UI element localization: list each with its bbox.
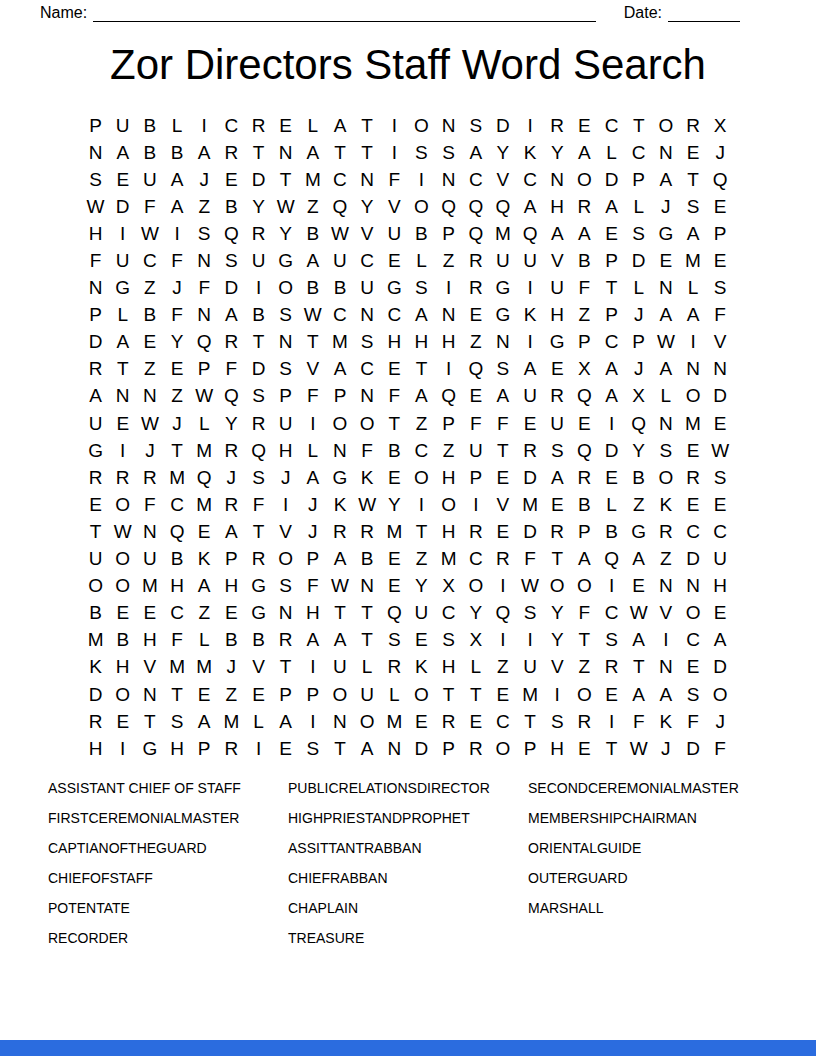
grid-cell-r7c12: G xyxy=(381,275,408,302)
grid-cell-r23c23: F xyxy=(679,708,706,735)
grid-cell-r10c13: T xyxy=(408,356,435,383)
grid-cell-r6c12: E xyxy=(381,247,408,274)
grid-cell-r20c23: C xyxy=(679,627,706,654)
grid-cell-r12c12: T xyxy=(381,410,408,437)
grid-cell-r8c2: L xyxy=(109,302,136,329)
grid-cell-r18c21: E xyxy=(625,573,652,600)
grid-cell-r24c23: D xyxy=(679,735,706,762)
grid-cell-r23c11: O xyxy=(354,708,381,735)
grid-cell-r6c14: Z xyxy=(435,247,462,274)
grid-cell-r12c1: U xyxy=(82,410,109,437)
grid-cell-r18c5: A xyxy=(191,573,218,600)
grid-cell-r15c6: R xyxy=(218,491,245,518)
word-list-column-2: PUBLICRELATIONSDIRECTORHIGHPRIESTANDPROP… xyxy=(288,773,490,953)
word-list-item: POTENTATE xyxy=(48,893,241,923)
grid-cell-r9c6: R xyxy=(218,329,245,356)
grid-cell-r10c12: E xyxy=(381,356,408,383)
grid-cell-r9c18: G xyxy=(544,329,571,356)
grid-cell-r18c22: N xyxy=(652,573,679,600)
grid-cell-r7c4: J xyxy=(163,275,190,302)
grid-cell-r21c19: Z xyxy=(571,654,598,681)
word-list-item: HIGHPRIESTANDPROPHET xyxy=(288,803,490,833)
grid-cell-r17c21: A xyxy=(625,546,652,573)
grid-cell-r22c13: O xyxy=(408,681,435,708)
grid-cell-r10c17: A xyxy=(517,356,544,383)
grid-cell-r11c11: N xyxy=(354,383,381,410)
grid-cell-r4c8: W xyxy=(272,193,299,220)
grid-cell-r8c17: K xyxy=(517,302,544,329)
grid-cell-r21c4: M xyxy=(163,654,190,681)
grid-cell-r5c5: S xyxy=(191,220,218,247)
grid-cell-r16c2: W xyxy=(109,518,136,545)
grid-cell-r2c23: E xyxy=(679,139,706,166)
grid-cell-r7c7: I xyxy=(245,275,272,302)
grid-cell-r10c4: E xyxy=(163,356,190,383)
grid-cell-r17c10: A xyxy=(326,546,353,573)
grid-cell-r3c12: F xyxy=(381,166,408,193)
grid-cell-r8c12: C xyxy=(381,302,408,329)
grid-cell-r3c1: S xyxy=(82,166,109,193)
grid-cell-r2c11: T xyxy=(354,139,381,166)
grid-cell-r9c20: C xyxy=(598,329,625,356)
grid-cell-r20c1: M xyxy=(82,627,109,654)
grid-cell-r9c21: P xyxy=(625,329,652,356)
grid-cell-r3c6: E xyxy=(218,166,245,193)
grid-cell-r23c16: C xyxy=(489,708,516,735)
grid-cell-r19c2: E xyxy=(109,600,136,627)
grid-cell-r24c11: A xyxy=(354,735,381,762)
grid-cell-r9c2: A xyxy=(109,329,136,356)
grid-cell-r14c9: A xyxy=(299,464,326,491)
grid-cell-r21c13: K xyxy=(408,654,435,681)
grid-cell-r6c11: C xyxy=(354,247,381,274)
grid-cell-r23c15: E xyxy=(462,708,489,735)
grid-cell-r5c3: W xyxy=(136,220,163,247)
grid-cell-r1c12: I xyxy=(381,112,408,139)
grid-cell-r19c10: T xyxy=(326,600,353,627)
grid-cell-r4c14: Q xyxy=(435,193,462,220)
grid-cell-r18c3: M xyxy=(136,573,163,600)
grid-cell-r3c21: P xyxy=(625,166,652,193)
grid-cell-r23c2: E xyxy=(109,708,136,735)
grid-cell-r10c22: A xyxy=(652,356,679,383)
grid-cell-r24c24: F xyxy=(707,735,734,762)
grid-cell-r18c2: O xyxy=(109,573,136,600)
grid-cell-r23c19: R xyxy=(571,708,598,735)
grid-cell-r2c1: N xyxy=(82,139,109,166)
grid-cell-r15c7: F xyxy=(245,491,272,518)
grid-cell-r19c1: B xyxy=(82,600,109,627)
grid-cell-r20c9: A xyxy=(299,627,326,654)
grid-cell-r1c6: C xyxy=(218,112,245,139)
grid-cell-r15c19: B xyxy=(571,491,598,518)
grid-cell-r10c6: F xyxy=(218,356,245,383)
grid-cell-r4c22: J xyxy=(652,193,679,220)
grid-cell-r9c11: S xyxy=(354,329,381,356)
grid-cell-r10c14: I xyxy=(435,356,462,383)
grid-cell-r21c2: H xyxy=(109,654,136,681)
grid-cell-r8c14: N xyxy=(435,302,462,329)
grid-cell-r16c20: B xyxy=(598,518,625,545)
grid-cell-r6c4: F xyxy=(163,247,190,274)
grid-cell-r18c23: N xyxy=(679,573,706,600)
grid-cell-r9c23: I xyxy=(679,329,706,356)
grid-cell-r16c16: E xyxy=(489,518,516,545)
grid-cell-r2c9: A xyxy=(299,139,326,166)
grid-cell-r23c3: T xyxy=(136,708,163,735)
grid-cell-r23c10: N xyxy=(326,708,353,735)
grid-cell-r22c18: I xyxy=(544,681,571,708)
grid-cell-r8c15: E xyxy=(462,302,489,329)
grid-cell-r11c13: A xyxy=(408,383,435,410)
grid-cell-r17c19: A xyxy=(571,546,598,573)
grid-cell-r24c10: T xyxy=(326,735,353,762)
grid-cell-r10c10: A xyxy=(326,356,353,383)
grid-cell-r12c7: R xyxy=(245,410,272,437)
grid-cell-r24c4: H xyxy=(163,735,190,762)
grid-cell-r22c10: O xyxy=(326,681,353,708)
grid-cell-r21c3: V xyxy=(136,654,163,681)
grid-cell-r11c8: P xyxy=(272,383,299,410)
grid-cell-r17c11: B xyxy=(354,546,381,573)
word-list-item: CHIEFRABBAN xyxy=(288,863,490,893)
grid-cell-r22c22: A xyxy=(652,681,679,708)
grid-cell-r21c16: Z xyxy=(489,654,516,681)
grid-cell-r13c10: N xyxy=(326,437,353,464)
grid-cell-r7c10: B xyxy=(326,275,353,302)
grid-cell-r19c14: C xyxy=(435,600,462,627)
grid-cell-r10c11: C xyxy=(354,356,381,383)
grid-cell-r18c9: F xyxy=(299,573,326,600)
grid-cell-r16c18: R xyxy=(544,518,571,545)
grid-cell-r22c4: T xyxy=(163,681,190,708)
grid-cell-r22c2: O xyxy=(109,681,136,708)
word-list-item: ASSISTANT CHIEF OF STAFF xyxy=(48,773,241,803)
grid-cell-r15c4: C xyxy=(163,491,190,518)
grid-cell-r19c18: Y xyxy=(544,600,571,627)
grid-cell-r23c13: E xyxy=(408,708,435,735)
grid-cell-r2c7: T xyxy=(245,139,272,166)
grid-cell-r7c9: B xyxy=(299,275,326,302)
footer-bar xyxy=(0,1040,816,1056)
grid-cell-r24c7: I xyxy=(245,735,272,762)
grid-cell-r20c21: A xyxy=(625,627,652,654)
grid-cell-r19c12: Q xyxy=(381,600,408,627)
grid-cell-r17c22: Z xyxy=(652,546,679,573)
grid-cell-r16c14: H xyxy=(435,518,462,545)
grid-cell-r6c20: P xyxy=(598,247,625,274)
grid-cell-r19c19: F xyxy=(571,600,598,627)
grid-cell-r10c2: T xyxy=(109,356,136,383)
grid-cell-r15c1: E xyxy=(82,491,109,518)
grid-cell-r14c4: M xyxy=(163,464,190,491)
grid-cell-r11c4: Z xyxy=(163,383,190,410)
grid-cell-r14c10: G xyxy=(326,464,353,491)
grid-cell-r2c3: B xyxy=(136,139,163,166)
grid-cell-r19c7: G xyxy=(245,600,272,627)
grid-cell-r19c6: E xyxy=(218,600,245,627)
grid-cell-r15c13: I xyxy=(408,491,435,518)
grid-cell-r7c1: N xyxy=(82,275,109,302)
grid-cell-r3c16: V xyxy=(489,166,516,193)
grid-cell-r1c8: E xyxy=(272,112,299,139)
grid-cell-r18c15: O xyxy=(462,573,489,600)
grid-cell-r21c8: T xyxy=(272,654,299,681)
grid-cell-r18c11: N xyxy=(354,573,381,600)
grid-cell-r4c15: Q xyxy=(462,193,489,220)
grid-cell-r15c17: M xyxy=(517,491,544,518)
grid-cell-r12c8: U xyxy=(272,410,299,437)
word-list-item: MARSHALL xyxy=(528,893,739,923)
grid-cell-r7c11: U xyxy=(354,275,381,302)
grid-cell-r10c8: S xyxy=(272,356,299,383)
grid-cell-r14c21: B xyxy=(625,464,652,491)
grid-cell-r9c14: H xyxy=(435,329,462,356)
grid-cell-r14c16: E xyxy=(489,464,516,491)
grid-cell-r7c18: U xyxy=(544,275,571,302)
grid-cell-r3c19: O xyxy=(571,166,598,193)
grid-cell-r7c23: L xyxy=(679,275,706,302)
grid-cell-r10c23: N xyxy=(679,356,706,383)
grid-cell-r2c8: N xyxy=(272,139,299,166)
grid-cell-r13c23: E xyxy=(679,437,706,464)
grid-cell-r4c4: A xyxy=(163,193,190,220)
grid-cell-r11c14: Q xyxy=(435,383,462,410)
date-blank-line xyxy=(668,6,740,22)
grid-cell-r18c18: O xyxy=(544,573,571,600)
grid-cell-r12c6: Y xyxy=(218,410,245,437)
grid-cell-r22c12: L xyxy=(381,681,408,708)
grid-cell-r16c17: D xyxy=(517,518,544,545)
grid-cell-r5c10: W xyxy=(326,220,353,247)
grid-cell-r5c2: I xyxy=(109,220,136,247)
grid-cell-r11c24: D xyxy=(707,383,734,410)
grid-cell-r21c9: I xyxy=(299,654,326,681)
grid-cell-r20c6: B xyxy=(218,627,245,654)
grid-cell-r8c5: N xyxy=(191,302,218,329)
grid-cell-r22c20: E xyxy=(598,681,625,708)
grid-cell-r16c21: G xyxy=(625,518,652,545)
grid-cell-r20c8: R xyxy=(272,627,299,654)
grid-cell-r3c5: J xyxy=(191,166,218,193)
grid-cell-r8c4: F xyxy=(163,302,190,329)
grid-cell-r10c18: E xyxy=(544,356,571,383)
grid-cell-r4c9: Z xyxy=(299,193,326,220)
grid-cell-r15c8: I xyxy=(272,491,299,518)
grid-cell-r22c23: S xyxy=(679,681,706,708)
grid-cell-r24c5: P xyxy=(191,735,218,762)
grid-cell-r2c6: R xyxy=(218,139,245,166)
grid-cell-r14c5: Q xyxy=(191,464,218,491)
grid-cell-r24c9: S xyxy=(299,735,326,762)
grid-cell-r13c16: T xyxy=(489,437,516,464)
grid-cell-r24c8: E xyxy=(272,735,299,762)
grid-cell-r2c24: J xyxy=(707,139,734,166)
grid-cell-r5c18: A xyxy=(544,220,571,247)
grid-cell-r15c5: M xyxy=(191,491,218,518)
grid-cell-r14c12: E xyxy=(381,464,408,491)
grid-cell-r19c23: O xyxy=(679,600,706,627)
grid-cell-r17c18: T xyxy=(544,546,571,573)
grid-cell-r1c22: O xyxy=(652,112,679,139)
grid-cell-r20c4: F xyxy=(163,627,190,654)
grid-cell-r1c11: T xyxy=(354,112,381,139)
grid-cell-r12c10: O xyxy=(326,410,353,437)
grid-cell-r6c7: U xyxy=(245,247,272,274)
grid-cell-r5c7: R xyxy=(245,220,272,247)
word-list-item: CAPTIANOFTHEGUARD xyxy=(48,833,241,863)
grid-cell-r17c2: O xyxy=(109,546,136,573)
grid-cell-r8c1: P xyxy=(82,302,109,329)
grid-cell-r21c23: E xyxy=(679,654,706,681)
grid-cell-r8c18: H xyxy=(544,302,571,329)
grid-cell-r9c12: H xyxy=(381,329,408,356)
grid-cell-r24c12: N xyxy=(381,735,408,762)
grid-cell-r22c1: D xyxy=(82,681,109,708)
grid-cell-r10c15: Q xyxy=(462,356,489,383)
word-list-item: FIRSTCEREMONIALMASTER xyxy=(48,803,241,833)
grid-cell-r23c8: A xyxy=(272,708,299,735)
grid-cell-r11c22: L xyxy=(652,383,679,410)
grid-cell-r20c3: H xyxy=(136,627,163,654)
grid-cell-r16c3: N xyxy=(136,518,163,545)
grid-cell-r4c18: H xyxy=(544,193,571,220)
grid-cell-r11c9: F xyxy=(299,383,326,410)
grid-cell-r9c10: M xyxy=(326,329,353,356)
grid-cell-r11c17: U xyxy=(517,383,544,410)
grid-cell-r5c4: I xyxy=(163,220,190,247)
grid-cell-r21c10: U xyxy=(326,654,353,681)
grid-cell-r15c22: K xyxy=(652,491,679,518)
grid-cell-r6c9: A xyxy=(299,247,326,274)
grid-cell-r8c13: A xyxy=(408,302,435,329)
grid-cell-r5c9: B xyxy=(299,220,326,247)
grid-cell-r5c23: A xyxy=(679,220,706,247)
grid-cell-r18c19: O xyxy=(571,573,598,600)
grid-cell-r3c23: T xyxy=(679,166,706,193)
grid-cell-r12c2: E xyxy=(109,410,136,437)
grid-cell-r20c7: B xyxy=(245,627,272,654)
grid-cell-r16c12: M xyxy=(381,518,408,545)
grid-cell-r10c24: N xyxy=(707,356,734,383)
grid-cell-r19c22: V xyxy=(652,600,679,627)
grid-cell-r22c19: O xyxy=(571,681,598,708)
grid-cell-r23c22: K xyxy=(652,708,679,735)
word-list-item: ORIENTALGUIDE xyxy=(528,833,739,863)
grid-cell-r13c19: Q xyxy=(571,437,598,464)
grid-cell-r13c12: B xyxy=(381,437,408,464)
grid-cell-r18c1: O xyxy=(82,573,109,600)
grid-cell-r5c20: E xyxy=(598,220,625,247)
grid-cell-r17c17: F xyxy=(517,546,544,573)
grid-cell-r2c4: B xyxy=(163,139,190,166)
grid-cell-r15c14: O xyxy=(435,491,462,518)
grid-cell-r9c24: V xyxy=(707,329,734,356)
grid-cell-r12c21: Q xyxy=(625,410,652,437)
grid-cell-r11c6: Q xyxy=(218,383,245,410)
grid-cell-r11c21: X xyxy=(625,383,652,410)
grid-cell-r10c1: R xyxy=(82,356,109,383)
grid-cell-r6c24: E xyxy=(707,247,734,274)
grid-cell-r2c15: A xyxy=(462,139,489,166)
grid-cell-r4c7: Y xyxy=(245,193,272,220)
grid-cell-r18c24: H xyxy=(707,573,734,600)
grid-cell-r17c9: P xyxy=(299,546,326,573)
grid-cell-r5c16: M xyxy=(489,220,516,247)
grid-cell-r2c19: A xyxy=(571,139,598,166)
grid-cell-r5c17: Q xyxy=(517,220,544,247)
grid-cell-r14c11: K xyxy=(354,464,381,491)
grid-cell-r6c3: C xyxy=(136,247,163,274)
grid-cell-r15c11: W xyxy=(354,491,381,518)
grid-cell-r23c12: M xyxy=(381,708,408,735)
grid-cell-r22c21: A xyxy=(625,681,652,708)
grid-cell-r7c5: F xyxy=(191,275,218,302)
grid-cell-r13c5: M xyxy=(191,437,218,464)
grid-cell-r21c22: N xyxy=(652,654,679,681)
grid-cell-r1c16: D xyxy=(489,112,516,139)
grid-cell-r22c14: T xyxy=(435,681,462,708)
grid-cell-r1c3: B xyxy=(136,112,163,139)
grid-cell-r7c17: I xyxy=(517,275,544,302)
grid-cell-r19c11: T xyxy=(354,600,381,627)
grid-cell-r19c8: N xyxy=(272,600,299,627)
grid-cell-r16c5: E xyxy=(191,518,218,545)
grid-cell-r4c16: Q xyxy=(489,193,516,220)
grid-cell-r5c8: Y xyxy=(272,220,299,247)
word-list-item: MEMBERSHIPCHAIRMAN xyxy=(528,803,739,833)
grid-cell-r19c15: Y xyxy=(462,600,489,627)
grid-cell-r5c14: P xyxy=(435,220,462,247)
grid-cell-r22c8: P xyxy=(272,681,299,708)
word-list-item: CHIEFOFSTAFF xyxy=(48,863,241,893)
grid-cell-r11c18: R xyxy=(544,383,571,410)
grid-cell-r17c7: R xyxy=(245,546,272,573)
grid-cell-r2c13: S xyxy=(408,139,435,166)
grid-cell-r9c1: D xyxy=(82,329,109,356)
grid-cell-r6c1: F xyxy=(82,247,109,274)
grid-cell-r16c4: Q xyxy=(163,518,190,545)
grid-cell-r8c21: J xyxy=(625,302,652,329)
grid-cell-r14c18: A xyxy=(544,464,571,491)
grid-cell-r19c5: Z xyxy=(191,600,218,627)
grid-cell-r5c12: U xyxy=(381,220,408,247)
grid-cell-r24c18: H xyxy=(544,735,571,762)
grid-cell-r17c13: Z xyxy=(408,546,435,573)
grid-cell-r3c20: D xyxy=(598,166,625,193)
grid-cell-r10c7: D xyxy=(245,356,272,383)
grid-cell-r13c4: T xyxy=(163,437,190,464)
grid-cell-r17c14: M xyxy=(435,546,462,573)
grid-cell-r4c20: A xyxy=(598,193,625,220)
word-list-item: PUBLICRELATIONSDIRECTOR xyxy=(288,773,490,803)
grid-cell-r6c16: U xyxy=(489,247,516,274)
name-date-row: Name: Date: xyxy=(40,2,740,22)
grid-cell-r23c4: S xyxy=(163,708,190,735)
grid-cell-r24c14: P xyxy=(435,735,462,762)
grid-cell-r12c17: E xyxy=(517,410,544,437)
grid-cell-r6c21: D xyxy=(625,247,652,274)
grid-cell-r14c22: O xyxy=(652,464,679,491)
grid-cell-r1c7: R xyxy=(245,112,272,139)
grid-cell-r12c3: W xyxy=(136,410,163,437)
grid-cell-r6c5: N xyxy=(191,247,218,274)
grid-cell-r12c22: N xyxy=(652,410,679,437)
grid-cell-r5c1: H xyxy=(82,220,109,247)
grid-cell-r15c3: F xyxy=(136,491,163,518)
grid-cell-r1c5: I xyxy=(191,112,218,139)
name-blank-line xyxy=(93,6,596,22)
